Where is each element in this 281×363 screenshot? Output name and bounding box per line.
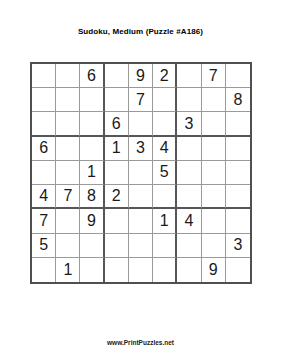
cell-r2c6[interactable]	[153, 88, 177, 112]
cell-r6c4: 2	[105, 185, 129, 209]
cell-r8c6[interactable]	[153, 234, 177, 258]
cell-r6c2: 7	[56, 185, 80, 209]
cell-r8c1: 5	[32, 234, 56, 258]
cell-r7c6: 1	[153, 209, 177, 233]
cell-r5c8[interactable]	[202, 161, 226, 185]
cell-r3c8[interactable]	[202, 112, 226, 136]
cell-r4c7[interactable]	[177, 137, 201, 161]
cell-r3c6[interactable]	[153, 112, 177, 136]
cell-r1c5: 9	[129, 64, 153, 88]
cell-r1c6: 2	[153, 64, 177, 88]
cell-r3c4: 6	[105, 112, 129, 136]
cell-r4c6: 4	[153, 137, 177, 161]
cell-r6c7[interactable]	[177, 185, 201, 209]
cell-r5c7[interactable]	[177, 161, 201, 185]
cell-r5c4[interactable]	[105, 161, 129, 185]
cell-r9c6[interactable]	[153, 258, 177, 282]
cell-r3c1[interactable]	[32, 112, 56, 136]
cell-r2c9: 8	[226, 88, 250, 112]
cell-r7c3: 9	[80, 209, 104, 233]
cell-r1c4[interactable]	[105, 64, 129, 88]
cell-r8c3[interactable]	[80, 234, 104, 258]
cell-r6c6[interactable]	[153, 185, 177, 209]
cell-r3c7: 3	[177, 112, 201, 136]
cell-r6c9[interactable]	[226, 185, 250, 209]
puzzle-title: Sudoku, Medium (Puzzle #A186)	[0, 27, 281, 36]
cell-r5c2[interactable]	[56, 161, 80, 185]
cell-r7c7: 4	[177, 209, 201, 233]
cell-r6c8[interactable]	[202, 185, 226, 209]
cell-r9c3[interactable]	[80, 258, 104, 282]
cell-r4c4: 1	[105, 137, 129, 161]
cell-r5c9[interactable]	[226, 161, 250, 185]
cell-r1c2[interactable]	[56, 64, 80, 88]
cell-r2c1[interactable]	[32, 88, 56, 112]
cell-r4c3[interactable]	[80, 137, 104, 161]
cell-r3c9[interactable]	[226, 112, 250, 136]
cell-r3c2[interactable]	[56, 112, 80, 136]
cell-r8c5[interactable]	[129, 234, 153, 258]
cell-r9c1[interactable]	[32, 258, 56, 282]
cell-r1c9[interactable]	[226, 64, 250, 88]
cell-r4c1: 6	[32, 137, 56, 161]
cell-r5c5[interactable]	[129, 161, 153, 185]
cell-r4c8[interactable]	[202, 137, 226, 161]
cell-r9c8: 9	[202, 258, 226, 282]
cell-r5c6: 5	[153, 161, 177, 185]
cell-r7c4[interactable]	[105, 209, 129, 233]
cell-r1c3: 6	[80, 64, 104, 88]
site-url-label: www.PrintPuzzles.net	[0, 339, 281, 346]
cell-r2c8[interactable]	[202, 88, 226, 112]
cell-r1c7[interactable]	[177, 64, 201, 88]
sudoku-board: 69277863613415478279145319	[30, 62, 252, 284]
cell-r7c5[interactable]	[129, 209, 153, 233]
cell-r3c5[interactable]	[129, 112, 153, 136]
cell-r1c8: 7	[202, 64, 226, 88]
cell-r4c2[interactable]	[56, 137, 80, 161]
cell-r9c2: 1	[56, 258, 80, 282]
cell-r8c7[interactable]	[177, 234, 201, 258]
cell-r6c1: 4	[32, 185, 56, 209]
cell-r7c8[interactable]	[202, 209, 226, 233]
cell-r4c9[interactable]	[226, 137, 250, 161]
cell-r1c1[interactable]	[32, 64, 56, 88]
cell-r9c9[interactable]	[226, 258, 250, 282]
cell-r3c3[interactable]	[80, 112, 104, 136]
cell-r9c4[interactable]	[105, 258, 129, 282]
cell-r7c2[interactable]	[56, 209, 80, 233]
cell-r9c7[interactable]	[177, 258, 201, 282]
cell-r8c2[interactable]	[56, 234, 80, 258]
cell-r8c8[interactable]	[202, 234, 226, 258]
cell-r8c9: 3	[226, 234, 250, 258]
cell-r4c5: 3	[129, 137, 153, 161]
cell-r2c2[interactable]	[56, 88, 80, 112]
cell-r8c4[interactable]	[105, 234, 129, 258]
cell-r2c5: 7	[129, 88, 153, 112]
cell-r6c5[interactable]	[129, 185, 153, 209]
cell-r5c3: 1	[80, 161, 104, 185]
cell-r2c3[interactable]	[80, 88, 104, 112]
cell-r9c5[interactable]	[129, 258, 153, 282]
cell-r6c3: 8	[80, 185, 104, 209]
cell-r7c9[interactable]	[226, 209, 250, 233]
cell-r2c7[interactable]	[177, 88, 201, 112]
cell-r2c4[interactable]	[105, 88, 129, 112]
cell-r5c1[interactable]	[32, 161, 56, 185]
cell-r7c1: 7	[32, 209, 56, 233]
